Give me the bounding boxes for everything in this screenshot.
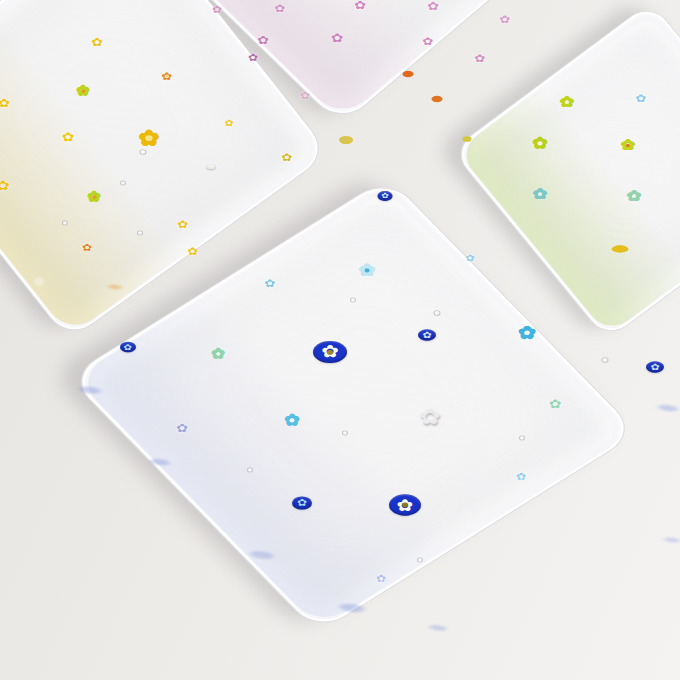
air-bubble <box>247 468 253 473</box>
clear-glass-flower: ✿ <box>419 406 441 427</box>
flower-center-dot <box>553 402 557 405</box>
glass-color-blob <box>463 136 472 142</box>
millefiori-flower: ✿ <box>533 187 547 201</box>
millefiori-cane-dot: ✿ <box>292 496 312 509</box>
air-bubble <box>140 149 147 155</box>
flower-center-dot <box>290 418 295 422</box>
millefiori-flower: ✿ <box>265 278 276 289</box>
millefiori-flower: ✿ <box>139 128 160 149</box>
air-bubble <box>342 431 348 436</box>
glass-color-smudge <box>78 385 102 395</box>
millefiori-flower: ✿ <box>516 472 526 482</box>
flower-center-dot <box>469 257 472 259</box>
millefiori-cane-dot: ✿ <box>418 329 436 340</box>
photo-scene: ✿✿✿✿✿✿✿✿✿✿✿✿✿✿✿✿✿✿✿✿✿✿✿✿✿✿✿✿✿✿✿✿✿✿✿✿✿✿✿✿… <box>0 0 680 680</box>
air-bubble <box>519 436 525 441</box>
flower-center-dot <box>269 282 272 284</box>
cane-flower-glyph: ✿ <box>650 362 659 371</box>
flower-center-dot <box>402 503 408 508</box>
glass-color-smudge <box>663 537 680 544</box>
cane-flower-glyph: ✿ <box>297 498 307 508</box>
millefiori-flower: ✿ <box>188 246 199 257</box>
glass-color-blob <box>432 96 443 103</box>
glass-color-smudge <box>107 284 122 290</box>
millefiori-flower: ✿ <box>518 324 536 341</box>
millefiori-flower: ✿ <box>627 189 641 203</box>
glass-color-blob <box>339 136 353 144</box>
air-bubble <box>120 181 126 186</box>
flower-center-dot <box>145 135 152 141</box>
millefiori-flower: ✿ <box>359 262 376 278</box>
flower-center-dot <box>524 331 529 335</box>
millefiori-flower: ✿ <box>300 91 310 101</box>
flower-center-dot <box>538 141 543 145</box>
flower-center-dot <box>166 75 169 77</box>
white-glass-dot <box>206 164 216 170</box>
millefiori-flower: ✿ <box>376 574 386 584</box>
millefiori-flower: ✿ <box>224 118 233 127</box>
millefiori-flower: ✿ <box>560 95 574 109</box>
millefiori-flower: ✿ <box>475 53 486 64</box>
millefiori-flower: ✿ <box>621 138 635 152</box>
millefiori-flower: ✿ <box>82 243 92 253</box>
millefiori-flower: ✿ <box>176 422 188 433</box>
millefiori-cane-dot: ✿ <box>378 191 393 201</box>
flower-center-dot <box>520 476 523 478</box>
glass-color-smudge <box>657 404 679 413</box>
cane-flower-glyph: ✿ <box>422 330 431 339</box>
glass-color-smudge <box>149 458 171 467</box>
flower-center-dot <box>626 143 630 146</box>
millefiori-flower: ✿ <box>423 36 434 47</box>
dots-layer: ✿✿✿✿✿✿✿✿✿✿✿✿✿✿✿✿✿✿✿✿✿✿✿✿✿✿✿✿✿✿✿✿✿✿✿✿✿✿✿✿… <box>0 0 680 680</box>
millefiori-flower: ✿ <box>549 398 562 410</box>
millefiori-flower: ✿ <box>354 0 366 11</box>
millefiori-flower: ✿ <box>212 5 222 15</box>
millefiori-flower: ✿ <box>532 136 547 151</box>
flower-center-dot <box>216 352 220 355</box>
millefiori-flower: ✿ <box>275 3 286 14</box>
flower-center-dot <box>632 194 636 197</box>
air-bubble <box>434 310 441 316</box>
millefiori-flower: ✿ <box>282 152 293 163</box>
glass-color-blob <box>612 245 629 252</box>
millefiori-flower: ✿ <box>248 53 258 63</box>
flower-center-dot <box>364 268 369 272</box>
flower-center-dot <box>565 100 569 103</box>
millefiori-cane-dot: ✿ <box>120 342 136 353</box>
millefiori-flower: ✿ <box>500 14 511 25</box>
millefiori-cane-dot: ✿ <box>646 361 664 372</box>
cane-flower-glyph: ✿ <box>124 343 132 351</box>
glass-color-smudge <box>428 624 448 632</box>
millefiori-flower: ✿ <box>0 97 10 108</box>
air-bubble <box>602 357 609 363</box>
air-bubble <box>417 558 423 563</box>
millefiori-flower: ✿ <box>87 190 100 203</box>
flower-center-dot <box>81 89 85 92</box>
flower-center-dot <box>180 426 184 429</box>
millefiori-flower: ✿ <box>284 413 299 428</box>
millefiori-cane-dot: ✿ <box>389 494 421 515</box>
air-bubble <box>350 298 356 303</box>
millefiori-flower: ✿ <box>91 36 103 47</box>
air-bubble <box>62 221 68 226</box>
glass-color-smudge <box>338 602 366 613</box>
millefiori-flower: ✿ <box>257 34 269 45</box>
flower-center-dot <box>327 350 333 355</box>
flower-center-dot <box>92 195 96 198</box>
flower-center-dot <box>640 97 643 99</box>
cane-flower-glyph: ✿ <box>381 192 389 199</box>
air-bubble <box>137 231 143 236</box>
millefiori-flower: ✿ <box>76 84 89 97</box>
millefiori-flower: ✿ <box>34 277 44 287</box>
millefiori-flower: ✿ <box>636 93 647 104</box>
millefiori-flower: ✿ <box>0 179 10 192</box>
millefiori-cane-dot: ✿ <box>313 341 347 363</box>
millefiori-flower: ✿ <box>427 0 439 11</box>
glass-color-blob <box>403 71 414 78</box>
millefiori-flower: ✿ <box>211 347 224 360</box>
millefiori-flower: ✿ <box>178 219 189 230</box>
flower-center-dot <box>380 578 383 580</box>
glass-color-smudge <box>249 550 275 560</box>
millefiori-flower: ✿ <box>331 32 344 44</box>
millefiori-flower: ✿ <box>62 131 75 143</box>
flower-center-dot <box>538 192 542 195</box>
millefiori-flower: ✿ <box>465 253 474 262</box>
millefiori-flower: ✿ <box>162 71 173 82</box>
